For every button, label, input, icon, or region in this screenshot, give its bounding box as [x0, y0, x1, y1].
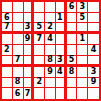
sudoku-cell-r4c1[interactable] [2, 34, 13, 45]
sudoku-cell-r3c1[interactable]: 7 [2, 23, 13, 34]
sudoku-cell-r9c5[interactable] [45, 88, 56, 99]
sudoku-cell-r5c4[interactable] [34, 45, 45, 56]
sudoku-cell-r3c4[interactable]: 5 [34, 23, 45, 34]
sudoku-cell-r1c7[interactable]: 6 [67, 2, 78, 13]
sudoku-cell-r8c9[interactable]: 9 [88, 78, 99, 89]
sudoku-cell-r6c1[interactable] [2, 56, 13, 67]
sudoku-board: 6361573529741247835948382967 [0, 0, 101, 101]
sudoku-cell-r8c4[interactable]: 2 [34, 78, 45, 89]
sudoku-cell-r9c6[interactable] [56, 88, 67, 99]
sudoku-cell-r9c2[interactable]: 6 [13, 88, 24, 99]
sudoku-cell-r4c4[interactable]: 7 [34, 34, 45, 45]
sudoku-cell-r3c2[interactable] [13, 23, 24, 34]
sudoku-cell-r7c7[interactable]: 8 [67, 67, 78, 78]
sudoku-cell-r6c8[interactable] [77, 56, 88, 67]
sudoku-cell-r7c5[interactable]: 9 [45, 67, 56, 78]
sudoku-cell-r9c8[interactable] [77, 88, 88, 99]
sudoku-cell-r1c9[interactable] [88, 2, 99, 13]
sudoku-cell-r2c2[interactable] [13, 13, 24, 24]
sudoku-cell-r9c4[interactable] [34, 88, 45, 99]
sudoku-cell-r4c3[interactable]: 9 [24, 34, 35, 45]
sudoku-cell-r4c8[interactable]: 1 [77, 34, 88, 45]
sudoku-cell-r8c6[interactable] [56, 78, 67, 89]
sudoku-cell-r3c6[interactable] [56, 23, 67, 34]
sudoku-cell-r7c6[interactable]: 4 [56, 67, 67, 78]
sudoku-cell-r2c7[interactable] [67, 13, 78, 24]
sudoku-cell-r8c3[interactable] [24, 78, 35, 89]
sudoku-cell-r4c2[interactable] [13, 34, 24, 45]
sudoku-cell-r9c1[interactable] [2, 88, 13, 99]
sudoku-cell-r5c9[interactable]: 4 [88, 45, 99, 56]
sudoku-cell-r7c2[interactable] [13, 67, 24, 78]
sudoku-cell-r7c3[interactable] [24, 67, 35, 78]
sudoku-cell-r9c3[interactable]: 7 [24, 88, 35, 99]
sudoku-cell-r6c7[interactable]: 5 [67, 56, 78, 67]
sudoku-cell-r9c7[interactable] [67, 88, 78, 99]
sudoku-cell-r3c9[interactable] [88, 23, 99, 34]
sudoku-cell-r1c4[interactable] [34, 2, 45, 13]
sudoku-cell-r1c8[interactable]: 3 [77, 2, 88, 13]
sudoku-cell-r1c3[interactable] [24, 2, 35, 13]
sudoku-cell-r8c5[interactable] [45, 78, 56, 89]
sudoku-cell-r5c3[interactable] [24, 45, 35, 56]
sudoku-cell-r7c4[interactable] [34, 67, 45, 78]
sudoku-cell-r3c8[interactable] [77, 23, 88, 34]
sudoku-cell-r7c1[interactable] [2, 67, 13, 78]
sudoku-cell-r1c5[interactable] [45, 2, 56, 13]
sudoku-cell-r6c6[interactable]: 3 [56, 56, 67, 67]
sudoku-cell-r5c1[interactable]: 2 [2, 45, 13, 56]
sudoku-cell-r2c6[interactable]: 1 [56, 13, 67, 24]
sudoku-cell-r4c6[interactable] [56, 34, 67, 45]
sudoku-cell-r1c1[interactable] [2, 2, 13, 13]
sudoku-cell-r6c5[interactable]: 8 [45, 56, 56, 67]
sudoku-cell-r1c6[interactable] [56, 2, 67, 13]
sudoku-cell-r7c9[interactable]: 3 [88, 67, 99, 78]
sudoku-cell-r3c7[interactable] [67, 23, 78, 34]
sudoku-cell-r1c2[interactable] [13, 2, 24, 13]
sudoku-cell-r6c4[interactable] [34, 56, 45, 67]
sudoku-cell-r3c5[interactable]: 2 [45, 23, 56, 34]
sudoku-cell-r3c3[interactable]: 3 [24, 23, 35, 34]
sudoku-cell-r4c9[interactable] [88, 34, 99, 45]
sudoku-cell-r7c8[interactable] [77, 67, 88, 78]
sudoku-cell-r2c9[interactable] [88, 13, 99, 24]
sudoku-cell-r8c7[interactable] [67, 78, 78, 89]
sudoku-cell-r6c3[interactable] [24, 56, 35, 67]
sudoku-cell-r8c1[interactable] [2, 78, 13, 89]
sudoku-cell-r2c8[interactable]: 5 [77, 13, 88, 24]
sudoku-cell-r4c7[interactable] [67, 34, 78, 45]
sudoku-cell-r5c8[interactable] [77, 45, 88, 56]
sudoku-cell-r8c8[interactable] [77, 78, 88, 89]
sudoku-cell-r4c5[interactable]: 4 [45, 34, 56, 45]
sudoku-cell-r9c9[interactable] [88, 88, 99, 99]
sudoku-cell-r8c2[interactable]: 8 [13, 78, 24, 89]
sudoku-cell-r6c2[interactable]: 7 [13, 56, 24, 67]
sudoku-cell-r6c9[interactable] [88, 56, 99, 67]
